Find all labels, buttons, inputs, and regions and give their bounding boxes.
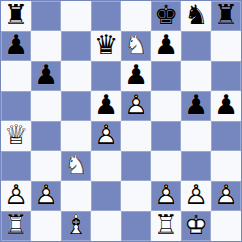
white-king[interactable]: ♚♔ [181,211,211,241]
square-c7[interactable] [61,31,91,61]
pawn-outline-glyph: ♙ [184,181,208,208]
black-rook[interactable]: ♜ [211,1,241,31]
square-h7[interactable] [211,31,241,61]
square-a5[interactable] [1,91,31,121]
king-outline-glyph: ♔ [184,211,208,238]
square-b1[interactable] [31,211,61,241]
rook-glyph: ♜ [154,211,178,238]
black-pawn[interactable]: ♟ [151,31,181,61]
white-pawn[interactable]: ♟♙ [181,181,211,211]
square-d2[interactable] [91,181,121,211]
square-h5[interactable]: ♟ [211,91,241,121]
black-knight[interactable]: ♞ [181,1,211,31]
pawn-glyph: ♟ [4,181,28,208]
square-g6[interactable] [181,61,211,91]
pawn-glyph: ♟ [124,91,148,118]
square-g7[interactable] [181,31,211,61]
white-pawn[interactable]: ♟♙ [151,181,181,211]
pawn-glyph: ♟ [154,181,178,208]
white-queen[interactable]: ♛♕ [1,121,31,151]
square-h1[interactable] [211,211,241,241]
knight-glyph: ♞ [184,1,208,28]
black-pawn[interactable]: ♟ [121,61,151,91]
square-e8[interactable] [121,1,151,31]
black-pawn[interactable]: ♟ [181,91,211,121]
queen-glyph: ♛ [4,121,28,148]
square-h6[interactable] [211,61,241,91]
pawn-outline-glyph: ♙ [214,181,238,208]
square-f8[interactable]: ♚ [151,1,181,31]
square-h4[interactable] [211,121,241,151]
black-pawn[interactable]: ♟ [91,91,121,121]
square-c2[interactable] [61,181,91,211]
knight-outline-glyph: ♘ [124,31,148,58]
square-f2[interactable]: ♟♙ [151,181,181,211]
rook-outline-glyph: ♖ [4,211,28,238]
square-e5[interactable]: ♟♙ [121,91,151,121]
king-glyph: ♚ [154,1,178,28]
square-c5[interactable] [61,91,91,121]
square-d3[interactable] [91,151,121,181]
square-h2[interactable]: ♟♙ [211,181,241,211]
pawn-outline-glyph: ♙ [94,121,118,148]
square-e7[interactable]: ♞♘ [121,31,151,61]
rook-glyph: ♜ [4,1,28,28]
knight-outline-glyph: ♘ [64,151,88,178]
square-f4[interactable] [151,121,181,151]
white-pawn[interactable]: ♟♙ [31,181,61,211]
square-f6[interactable] [151,61,181,91]
square-a1[interactable]: ♜♖ [1,211,31,241]
black-pawn[interactable]: ♟ [31,61,61,91]
queen-glyph: ♛ [94,31,118,58]
square-d6[interactable] [91,61,121,91]
square-a6[interactable] [1,61,31,91]
pawn-glyph: ♟ [94,91,118,118]
square-b3[interactable] [31,151,61,181]
black-king[interactable]: ♚ [151,1,181,31]
pawn-glyph: ♟ [154,31,178,58]
square-e6[interactable]: ♟ [121,61,151,91]
pawn-glyph: ♟ [184,91,208,118]
white-rook[interactable]: ♜♖ [1,211,31,241]
square-e1[interactable] [121,211,151,241]
square-f1[interactable]: ♜♖ [151,211,181,241]
square-e4[interactable] [121,121,151,151]
white-knight[interactable]: ♞♘ [61,151,91,181]
square-d4[interactable]: ♟♙ [91,121,121,151]
pawn-glyph: ♟ [214,181,238,208]
rook-glyph: ♜ [4,211,28,238]
pawn-outline-glyph: ♙ [124,91,148,118]
square-d8[interactable] [91,1,121,31]
square-g1[interactable]: ♚♔ [181,211,211,241]
square-g8[interactable]: ♞ [181,1,211,31]
chess-board: ♜♚♞♜♟♛♞♘♟♟♟♟♟♙♟♟♛♕♟♙♞♘♟♙♟♙♟♙♟♙♟♙♜♖♝♗♜♖♚♔ [0,0,242,242]
pawn-glyph: ♟ [124,61,148,88]
square-a4[interactable]: ♛♕ [1,121,31,151]
pawn-outline-glyph: ♙ [154,181,178,208]
square-f3[interactable] [151,151,181,181]
knight-glyph: ♞ [124,31,148,58]
square-g3[interactable] [181,151,211,181]
black-pawn[interactable]: ♟ [211,91,241,121]
pawn-glyph: ♟ [34,61,58,88]
white-rook[interactable]: ♜♖ [151,211,181,241]
square-a8[interactable]: ♜ [1,1,31,31]
square-d5[interactable]: ♟ [91,91,121,121]
black-rook[interactable]: ♜ [1,1,31,31]
square-c1[interactable]: ♝♗ [61,211,91,241]
pawn-glyph: ♟ [4,31,28,58]
square-g4[interactable] [181,121,211,151]
pawn-glyph: ♟ [94,121,118,148]
white-bishop[interactable]: ♝♗ [61,211,91,241]
pawn-glyph: ♟ [184,181,208,208]
white-pawn[interactable]: ♟♙ [1,181,31,211]
square-a7[interactable]: ♟ [1,31,31,61]
pawn-glyph: ♟ [34,181,58,208]
black-pawn[interactable]: ♟ [1,31,31,61]
square-f5[interactable] [151,91,181,121]
pawn-outline-glyph: ♙ [4,181,28,208]
square-b4[interactable] [31,121,61,151]
square-b8[interactable] [31,1,61,31]
square-d1[interactable] [91,211,121,241]
square-f7[interactable]: ♟ [151,31,181,61]
white-pawn[interactable]: ♟♙ [91,121,121,151]
bishop-outline-glyph: ♗ [64,211,88,238]
square-b5[interactable] [31,91,61,121]
bishop-glyph: ♝ [64,211,88,238]
white-pawn[interactable]: ♟♙ [211,181,241,211]
knight-glyph: ♞ [64,151,88,178]
rook-outline-glyph: ♖ [154,211,178,238]
square-e2[interactable] [121,181,151,211]
square-d7[interactable]: ♛ [91,31,121,61]
black-queen[interactable]: ♛ [91,31,121,61]
rook-glyph: ♜ [214,1,238,28]
square-g5[interactable]: ♟ [181,91,211,121]
square-h8[interactable]: ♜ [211,1,241,31]
pawn-glyph: ♟ [214,91,238,118]
square-c6[interactable] [61,61,91,91]
white-pawn[interactable]: ♟♙ [121,91,151,121]
square-b7[interactable] [31,31,61,61]
square-c8[interactable] [61,1,91,31]
square-e3[interactable] [121,151,151,181]
king-glyph: ♚ [184,211,208,238]
square-c4[interactable] [61,121,91,151]
square-a2[interactable]: ♟♙ [1,181,31,211]
square-b2[interactable]: ♟♙ [31,181,61,211]
square-h3[interactable] [211,151,241,181]
pawn-outline-glyph: ♙ [34,181,58,208]
square-g2[interactable]: ♟♙ [181,181,211,211]
square-a3[interactable] [1,151,31,181]
square-b6[interactable]: ♟ [31,61,61,91]
queen-outline-glyph: ♕ [4,121,28,148]
white-knight[interactable]: ♞♘ [121,31,151,61]
square-c3[interactable]: ♞♘ [61,151,91,181]
